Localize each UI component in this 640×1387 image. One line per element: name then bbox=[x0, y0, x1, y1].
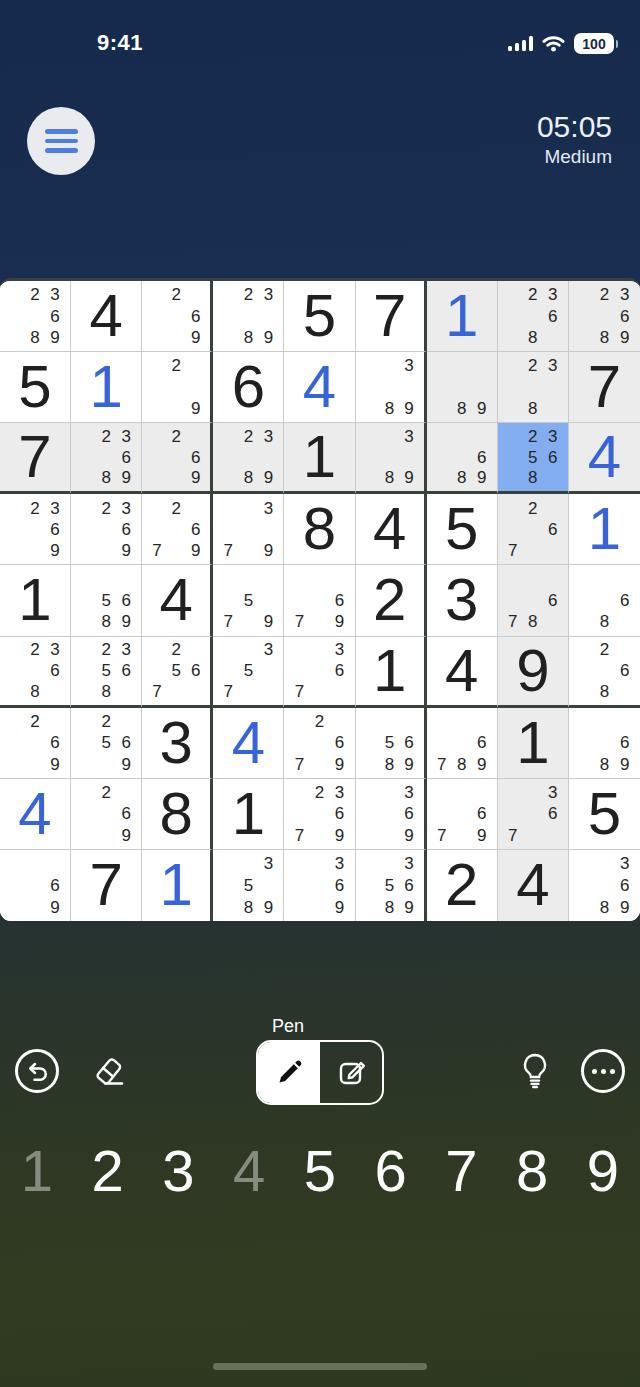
cellular-signal-icon bbox=[508, 36, 534, 51]
cell-r5c3[interactable]: 4 bbox=[142, 565, 213, 636]
given-digit: 7 bbox=[588, 357, 621, 417]
pencil-marks: 679 bbox=[432, 782, 492, 846]
pencil-marks: 379 bbox=[218, 497, 278, 561]
given-digit: 5 bbox=[303, 286, 336, 346]
numpad-3[interactable]: 3 bbox=[156, 1142, 202, 1200]
pencil-marks: 367 bbox=[503, 782, 563, 846]
hint-button[interactable] bbox=[510, 1042, 560, 1100]
pencil-marks: 269 bbox=[76, 782, 136, 846]
pen-mode-button[interactable] bbox=[258, 1042, 320, 1103]
pen-notes-toggle[interactable] bbox=[256, 1040, 384, 1105]
pencil-marks: 367 bbox=[289, 640, 349, 702]
pencil-marks: 2389 bbox=[218, 426, 278, 488]
pencil-marks: 268 bbox=[574, 640, 635, 702]
cell-r8c1[interactable]: 4 bbox=[0, 779, 71, 850]
pencil-marks: 35689 bbox=[361, 853, 419, 918]
eraser-icon bbox=[89, 1055, 125, 1087]
pencil-marks: 3589 bbox=[218, 853, 278, 918]
cell-r8c5[interactable]: 23679 bbox=[284, 779, 355, 850]
cell-r2c1[interactable]: 5 bbox=[0, 352, 71, 423]
pencil-marks: 23679 bbox=[289, 782, 349, 846]
pencil-marks: 269 bbox=[147, 426, 205, 488]
user-digit: 4 bbox=[18, 784, 51, 844]
given-digit: 4 bbox=[516, 855, 549, 915]
given-digit: 1 bbox=[516, 713, 549, 773]
cell-r1c7[interactable]: 1 bbox=[427, 281, 498, 352]
cell-r2c4[interactable]: 6 bbox=[213, 352, 284, 423]
cell-r3c3[interactable]: 269 bbox=[142, 423, 213, 494]
pencil-marks: 23568 bbox=[76, 640, 136, 702]
pencil-marks: 238 bbox=[503, 355, 563, 419]
cell-r7c7[interactable]: 6789 bbox=[427, 708, 498, 779]
cell-r1c3[interactable]: 269 bbox=[142, 281, 213, 352]
pencil-marks: 357 bbox=[218, 640, 278, 702]
cell-r4c6[interactable]: 4 bbox=[356, 494, 427, 565]
cell-r5c5[interactable]: 679 bbox=[284, 565, 355, 636]
notes-icon bbox=[335, 1056, 368, 1089]
cell-r6c6[interactable]: 1 bbox=[356, 637, 427, 708]
cell-r5c7[interactable]: 3 bbox=[427, 565, 498, 636]
cell-r9c7[interactable]: 2 bbox=[427, 850, 498, 921]
cell-r7c3[interactable]: 3 bbox=[142, 708, 213, 779]
cell-r3c1[interactable]: 7 bbox=[0, 423, 71, 494]
given-digit: 7 bbox=[373, 286, 406, 346]
numpad-6[interactable]: 6 bbox=[368, 1142, 414, 1200]
cell-r7c4[interactable]: 4 bbox=[213, 708, 284, 779]
pencil-marks: 678 bbox=[503, 568, 563, 632]
user-digit: 1 bbox=[588, 499, 621, 559]
given-digit: 8 bbox=[303, 499, 336, 559]
pencil-marks: 23689 bbox=[574, 284, 635, 348]
cell-r4c8[interactable]: 267 bbox=[498, 494, 569, 565]
cell-r2c9[interactable]: 7 bbox=[569, 352, 640, 423]
cell-r7c6[interactable]: 5689 bbox=[356, 708, 427, 779]
user-digit: 4 bbox=[303, 357, 336, 417]
cell-r5c6[interactable]: 2 bbox=[356, 565, 427, 636]
cell-r7c1[interactable]: 269 bbox=[0, 708, 71, 779]
pencil-marks: 2368 bbox=[503, 284, 563, 348]
cell-r3c5[interactable]: 1 bbox=[284, 423, 355, 494]
cell-r5c1[interactable]: 1 bbox=[0, 565, 71, 636]
cell-r6c4[interactable]: 357 bbox=[213, 637, 284, 708]
menu-button[interactable] bbox=[27, 107, 95, 175]
pencil-marks: 679 bbox=[289, 568, 349, 632]
numpad-4[interactable]: 4 bbox=[226, 1142, 272, 1200]
given-digit: 5 bbox=[588, 784, 621, 844]
eraser-button[interactable] bbox=[82, 1046, 132, 1096]
given-digit: 9 bbox=[516, 641, 549, 701]
given-digit: 7 bbox=[89, 855, 122, 915]
pencil-marks: 579 bbox=[218, 568, 278, 632]
user-digit: 1 bbox=[160, 855, 193, 915]
cell-r2c7[interactable]: 89 bbox=[427, 352, 498, 423]
user-digit: 4 bbox=[232, 713, 265, 773]
given-digit: 5 bbox=[18, 357, 51, 417]
pencil-marks: 5689 bbox=[361, 711, 419, 775]
cell-r8c8[interactable]: 367 bbox=[498, 779, 569, 850]
pencil-marks: 23568 bbox=[503, 426, 563, 488]
given-digit: 6 bbox=[232, 357, 265, 417]
status-bar: 9:41 100 bbox=[0, 0, 640, 62]
pencil-marks: 2567 bbox=[147, 640, 205, 702]
cell-r8c7[interactable]: 679 bbox=[427, 779, 498, 850]
pencil-marks: 68 bbox=[574, 568, 635, 632]
cell-r1c5[interactable]: 5 bbox=[284, 281, 355, 352]
notes-mode-button[interactable] bbox=[320, 1042, 382, 1103]
pencil-marks: 2369 bbox=[76, 497, 136, 561]
pencil-marks: 6789 bbox=[432, 711, 492, 775]
cell-r9c1[interactable]: 69 bbox=[0, 850, 71, 921]
pencil-marks: 689 bbox=[432, 426, 492, 488]
cell-r7c8[interactable]: 1 bbox=[498, 708, 569, 779]
cell-r1c9[interactable]: 23689 bbox=[569, 281, 640, 352]
cell-r9c6[interactable]: 35689 bbox=[356, 850, 427, 921]
cell-r8c4[interactable]: 1 bbox=[213, 779, 284, 850]
pencil-marks: 23689 bbox=[5, 284, 65, 348]
given-digit: 4 bbox=[160, 570, 193, 630]
cell-r7c9[interactable]: 689 bbox=[569, 708, 640, 779]
undo-button[interactable] bbox=[12, 1046, 62, 1096]
pencil-marks: 369 bbox=[289, 853, 349, 918]
given-digit: 8 bbox=[160, 784, 193, 844]
cell-r4c7[interactable]: 5 bbox=[427, 494, 498, 565]
pencil-marks: 2569 bbox=[76, 711, 136, 775]
cell-r3c8[interactable]: 23568 bbox=[498, 423, 569, 494]
home-indicator[interactable] bbox=[213, 1363, 427, 1370]
more-button[interactable] bbox=[578, 1046, 628, 1096]
cell-r6c2[interactable]: 23568 bbox=[71, 637, 142, 708]
cell-r4c2[interactable]: 2369 bbox=[71, 494, 142, 565]
given-digit: 1 bbox=[18, 570, 51, 630]
numpad-9[interactable]: 9 bbox=[580, 1142, 626, 1200]
cell-r7c5[interactable]: 2679 bbox=[284, 708, 355, 779]
cell-r9c8[interactable]: 4 bbox=[498, 850, 569, 921]
pen-icon bbox=[273, 1057, 305, 1089]
ellipsis-icon bbox=[581, 1049, 625, 1093]
timer: 05:05 bbox=[537, 110, 612, 143]
number-pad: 123456789 bbox=[0, 1128, 640, 1214]
pen-mode-label: Pen bbox=[256, 1016, 320, 1037]
cell-r8c3[interactable]: 8 bbox=[142, 779, 213, 850]
given-digit: 4 bbox=[445, 641, 478, 701]
cell-r6c3[interactable]: 2567 bbox=[142, 637, 213, 708]
difficulty-label: Medium bbox=[537, 146, 612, 168]
user-digit: 1 bbox=[89, 357, 122, 417]
numpad-7[interactable]: 7 bbox=[439, 1142, 485, 1200]
numpad-1[interactable]: 1 bbox=[14, 1142, 60, 1200]
status-time: 9:41 bbox=[72, 30, 168, 56]
given-digit: 4 bbox=[89, 286, 122, 346]
wifi-icon bbox=[542, 35, 565, 52]
given-digit: 3 bbox=[445, 570, 478, 630]
undo-icon bbox=[15, 1049, 59, 1093]
cell-r1c8[interactable]: 2368 bbox=[498, 281, 569, 352]
game-hud: 05:05 Medium bbox=[537, 110, 612, 168]
pencil-marks: 269 bbox=[147, 284, 205, 348]
given-digit: 5 bbox=[445, 499, 478, 559]
pencil-marks: 2679 bbox=[289, 711, 349, 775]
numpad-5[interactable]: 5 bbox=[297, 1142, 343, 1200]
cell-r9c5[interactable]: 369 bbox=[284, 850, 355, 921]
cell-r2c6[interactable]: 389 bbox=[356, 352, 427, 423]
numpad-2[interactable]: 2 bbox=[85, 1142, 131, 1200]
pencil-marks: 2389 bbox=[218, 284, 278, 348]
cell-r2c8[interactable]: 238 bbox=[498, 352, 569, 423]
lightbulb-icon bbox=[521, 1052, 549, 1090]
pencil-marks: 23689 bbox=[76, 426, 136, 488]
pencil-marks: 267 bbox=[503, 497, 563, 561]
toolbar: Pen bbox=[0, 1036, 640, 1112]
cell-r7c2[interactable]: 2569 bbox=[71, 708, 142, 779]
cell-r5c2[interactable]: 5689 bbox=[71, 565, 142, 636]
cell-r4c1[interactable]: 2369 bbox=[0, 494, 71, 565]
numpad-8[interactable]: 8 bbox=[509, 1142, 555, 1200]
given-digit: 1 bbox=[373, 641, 406, 701]
cell-r6c7[interactable]: 4 bbox=[427, 637, 498, 708]
pencil-marks: 269 bbox=[5, 711, 65, 775]
given-digit: 2 bbox=[445, 855, 478, 915]
cell-r1c2[interactable]: 4 bbox=[71, 281, 142, 352]
cell-r9c3[interactable]: 1 bbox=[142, 850, 213, 921]
pencil-marks: 2369 bbox=[5, 497, 65, 561]
cell-r1c4[interactable]: 2389 bbox=[213, 281, 284, 352]
cell-r5c4[interactable]: 579 bbox=[213, 565, 284, 636]
cell-r2c5[interactable]: 4 bbox=[284, 352, 355, 423]
cell-r2c3[interactable]: 29 bbox=[142, 352, 213, 423]
given-digit: 4 bbox=[373, 499, 406, 559]
cell-r8c9[interactable]: 5 bbox=[569, 779, 640, 850]
cell-r9c9[interactable]: 3689 bbox=[569, 850, 640, 921]
pencil-marks: 389 bbox=[361, 426, 419, 488]
given-digit: 1 bbox=[232, 784, 265, 844]
cell-r9c2[interactable]: 7 bbox=[71, 850, 142, 921]
pencil-marks: 29 bbox=[147, 355, 205, 419]
pencil-marks: 5689 bbox=[76, 568, 136, 632]
pencil-marks: 69 bbox=[5, 853, 65, 918]
pencil-marks: 2368 bbox=[5, 640, 65, 702]
user-digit: 1 bbox=[445, 286, 478, 346]
given-digit: 7 bbox=[18, 427, 51, 487]
pencil-marks: 89 bbox=[432, 355, 492, 419]
cell-r9c4[interactable]: 3589 bbox=[213, 850, 284, 921]
pencil-marks: 2679 bbox=[147, 497, 205, 561]
cell-r1c6[interactable]: 7 bbox=[356, 281, 427, 352]
user-digit: 4 bbox=[588, 427, 621, 487]
battery-icon: 100 bbox=[574, 33, 618, 54]
battery-level: 100 bbox=[582, 36, 605, 52]
cell-r5c9[interactable]: 68 bbox=[569, 565, 640, 636]
pencil-marks: 3689 bbox=[574, 853, 635, 918]
given-digit: 2 bbox=[373, 570, 406, 630]
cell-r6c9[interactable]: 268 bbox=[569, 637, 640, 708]
cell-r3c6[interactable]: 389 bbox=[356, 423, 427, 494]
sudoku-grid: 2368942692389571236823689512964389892387… bbox=[0, 278, 640, 921]
cell-r3c2[interactable]: 23689 bbox=[71, 423, 142, 494]
cell-r6c5[interactable]: 367 bbox=[284, 637, 355, 708]
pencil-marks: 389 bbox=[361, 355, 419, 419]
cell-r4c4[interactable]: 379 bbox=[213, 494, 284, 565]
cell-r5c8[interactable]: 678 bbox=[498, 565, 569, 636]
given-digit: 3 bbox=[160, 713, 193, 773]
cell-r3c9[interactable]: 4 bbox=[569, 423, 640, 494]
given-digit: 1 bbox=[303, 427, 336, 487]
cell-r8c2[interactable]: 269 bbox=[71, 779, 142, 850]
cell-r4c3[interactable]: 2679 bbox=[142, 494, 213, 565]
cell-r8c6[interactable]: 369 bbox=[356, 779, 427, 850]
cell-r3c7[interactable]: 689 bbox=[427, 423, 498, 494]
cell-r2c2[interactable]: 1 bbox=[71, 352, 142, 423]
cell-r3c4[interactable]: 2389 bbox=[213, 423, 284, 494]
cell-r6c1[interactable]: 2368 bbox=[0, 637, 71, 708]
cell-r4c9[interactable]: 1 bbox=[569, 494, 640, 565]
pencil-marks: 369 bbox=[361, 782, 419, 846]
cell-r6c8[interactable]: 9 bbox=[498, 637, 569, 708]
cell-r1c1[interactable]: 23689 bbox=[0, 281, 71, 352]
cell-r4c5[interactable]: 8 bbox=[284, 494, 355, 565]
pencil-marks: 689 bbox=[574, 711, 635, 775]
